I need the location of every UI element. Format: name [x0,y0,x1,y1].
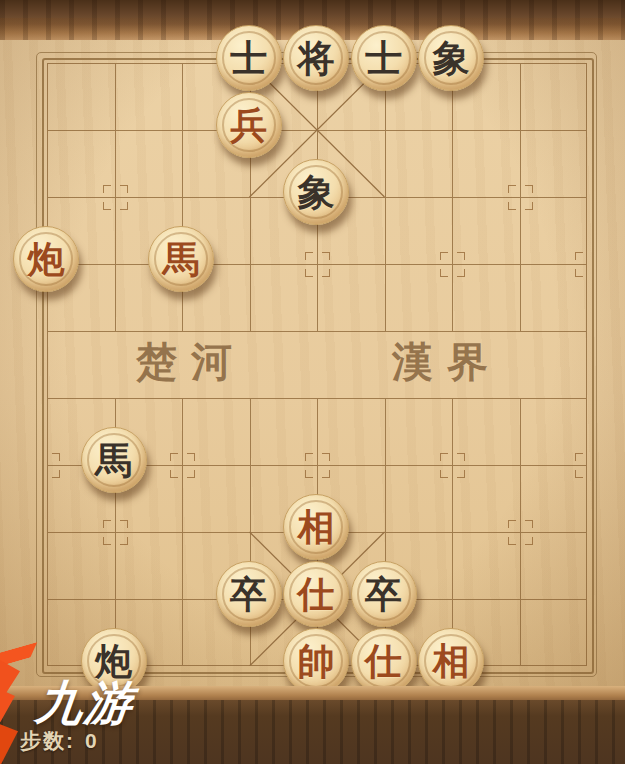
xiangqi-game-screen: 楚河 漢界 士将士象兵象炮馬馬相卒仕卒炮帥仕相 九游 步数:0 [0,0,625,764]
piece-character: 象 [419,26,483,90]
pieces-layer: 士将士象兵象炮馬馬相卒仕卒炮帥仕相 [47,63,587,666]
step-counter-value: 0 [85,729,99,752]
piece-black-soldier[interactable]: 卒 [216,561,282,627]
piece-character: 将 [284,26,348,90]
piece-red-horse[interactable]: 馬 [148,226,214,292]
piece-character: 炮 [14,227,78,291]
piece-black-soldier[interactable]: 卒 [351,561,417,627]
piece-black-horse[interactable]: 馬 [81,427,147,493]
piece-black-elephant[interactable]: 象 [283,159,349,225]
piece-black-general[interactable]: 将 [283,25,349,91]
jiuyou-watermark: 九游 [33,672,170,735]
piece-red-elephant[interactable]: 相 [283,494,349,560]
piece-character: 仕 [352,629,416,693]
piece-character: 馬 [149,227,213,291]
piece-character: 卒 [352,562,416,626]
piece-character: 仕 [284,562,348,626]
piece-red-soldier[interactable]: 兵 [216,92,282,158]
piece-character: 帥 [284,629,348,693]
piece-red-cannon[interactable]: 炮 [13,226,79,292]
piece-red-general[interactable]: 帥 [283,628,349,694]
piece-black-advisor[interactable]: 士 [216,25,282,91]
piece-red-advisor[interactable]: 仕 [351,628,417,694]
piece-character: 士 [217,26,281,90]
piece-character: 相 [284,495,348,559]
piece-red-advisor[interactable]: 仕 [283,561,349,627]
piece-character: 相 [419,629,483,693]
step-counter: 步数:0 [20,727,99,755]
piece-character: 卒 [217,562,281,626]
piece-black-advisor[interactable]: 士 [351,25,417,91]
piece-character: 兵 [217,93,281,157]
piece-character: 象 [284,160,348,224]
piece-character: 士 [352,26,416,90]
piece-black-elephant[interactable]: 象 [418,25,484,91]
step-counter-label: 步数: [20,729,75,752]
piece-character: 馬 [82,428,146,492]
piece-red-elephant[interactable]: 相 [418,628,484,694]
